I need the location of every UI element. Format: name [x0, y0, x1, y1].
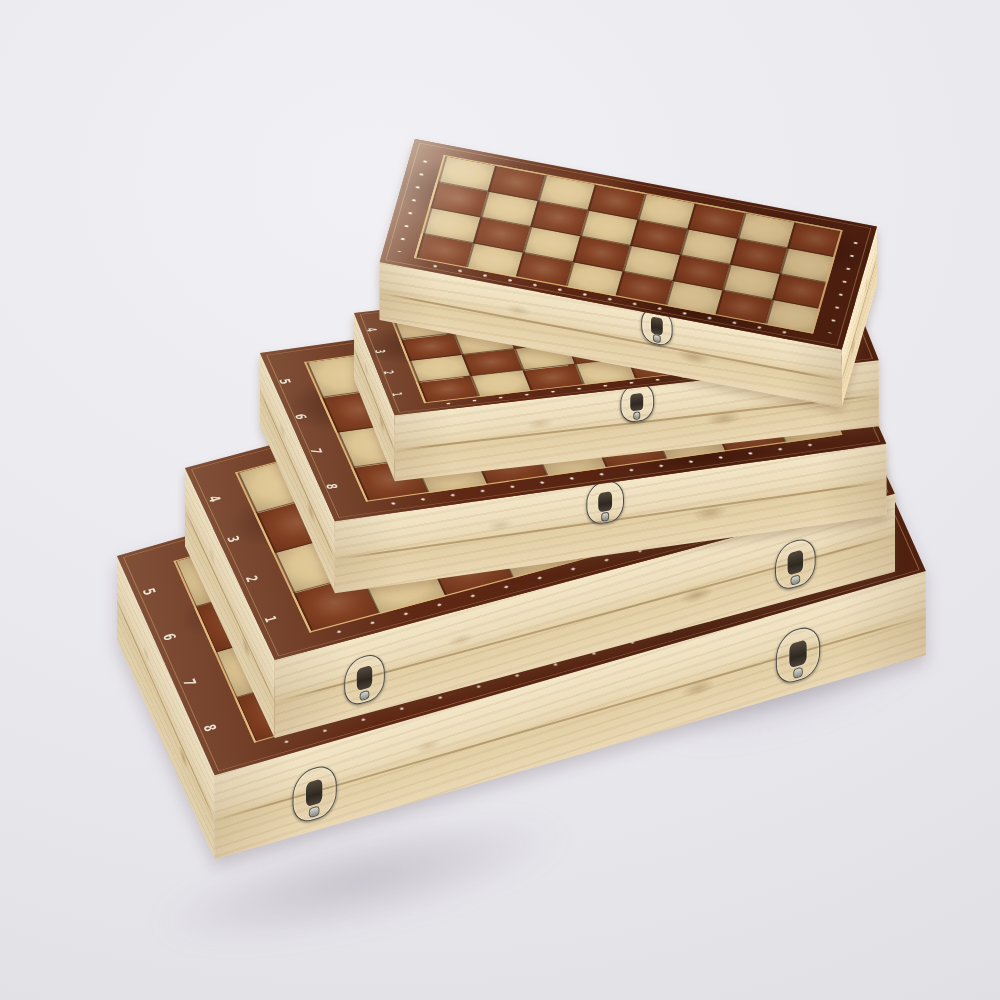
- product-photo-scene: 5678432156784321: [0, 0, 1000, 1000]
- box-1-top-smallest: [0, 0, 1000, 1000]
- chess-box-stack: 5678432156784321: [0, 0, 1000, 1000]
